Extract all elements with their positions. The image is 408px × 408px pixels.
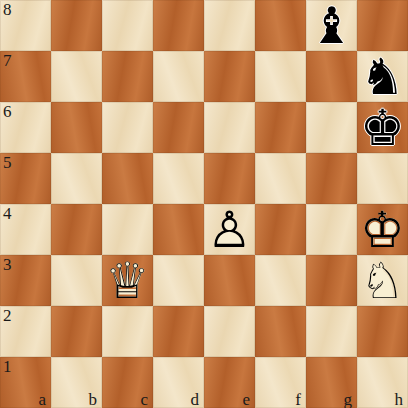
square-d1[interactable] bbox=[153, 357, 204, 408]
square-d5[interactable] bbox=[153, 153, 204, 204]
square-h6[interactable]: ♚ bbox=[357, 102, 408, 153]
square-b7[interactable] bbox=[51, 51, 102, 102]
square-g6[interactable] bbox=[306, 102, 357, 153]
black-bishop-glyph: ♝ bbox=[306, 1, 357, 51]
square-e4[interactable]: ♟♙ bbox=[204, 204, 255, 255]
square-g8[interactable]: ♝ bbox=[306, 0, 357, 51]
square-a2[interactable] bbox=[0, 306, 51, 357]
square-h1[interactable] bbox=[357, 357, 408, 408]
square-d7[interactable] bbox=[153, 51, 204, 102]
square-e6[interactable] bbox=[204, 102, 255, 153]
square-e2[interactable] bbox=[204, 306, 255, 357]
white-knight-outline-glyph: ♘ bbox=[357, 256, 408, 306]
square-g7[interactable] bbox=[306, 51, 357, 102]
white-king-glyph: ♚ bbox=[357, 205, 408, 255]
white-pawn-piece[interactable]: ♟♙ bbox=[204, 204, 255, 255]
square-b1[interactable] bbox=[51, 357, 102, 408]
square-c5[interactable] bbox=[102, 153, 153, 204]
square-a3[interactable] bbox=[0, 255, 51, 306]
square-d6[interactable] bbox=[153, 102, 204, 153]
square-c8[interactable] bbox=[102, 0, 153, 51]
square-a5[interactable] bbox=[0, 153, 51, 204]
square-d2[interactable] bbox=[153, 306, 204, 357]
square-c4[interactable] bbox=[102, 204, 153, 255]
square-b6[interactable] bbox=[51, 102, 102, 153]
square-h3[interactable]: ♞♘ bbox=[357, 255, 408, 306]
black-knight-piece[interactable]: ♞ bbox=[357, 51, 408, 102]
square-d3[interactable] bbox=[153, 255, 204, 306]
square-c7[interactable] bbox=[102, 51, 153, 102]
square-h5[interactable] bbox=[357, 153, 408, 204]
square-f5[interactable] bbox=[255, 153, 306, 204]
black-king-glyph: ♚ bbox=[357, 103, 408, 153]
black-knight-glyph: ♞ bbox=[357, 52, 408, 102]
square-a4[interactable] bbox=[0, 204, 51, 255]
square-h4[interactable]: ♚♔ bbox=[357, 204, 408, 255]
square-h2[interactable] bbox=[357, 306, 408, 357]
white-queen-piece[interactable]: ♛♕ bbox=[102, 255, 153, 306]
square-d4[interactable] bbox=[153, 204, 204, 255]
white-pawn-outline-glyph: ♙ bbox=[204, 205, 255, 255]
white-queen-glyph: ♛ bbox=[102, 256, 153, 306]
square-c1[interactable] bbox=[102, 357, 153, 408]
square-g5[interactable] bbox=[306, 153, 357, 204]
square-f4[interactable] bbox=[255, 204, 306, 255]
square-b8[interactable] bbox=[51, 0, 102, 51]
square-a7[interactable] bbox=[0, 51, 51, 102]
square-f1[interactable] bbox=[255, 357, 306, 408]
white-pawn-glyph: ♟ bbox=[204, 205, 255, 255]
square-g4[interactable] bbox=[306, 204, 357, 255]
white-knight-glyph: ♞ bbox=[357, 256, 408, 306]
square-f6[interactable] bbox=[255, 102, 306, 153]
black-bishop-piece[interactable]: ♝ bbox=[306, 0, 357, 51]
square-c3[interactable]: ♛♕ bbox=[102, 255, 153, 306]
white-king-piece[interactable]: ♚♔ bbox=[357, 204, 408, 255]
chess-board: ♝♞♚♟♙♚♔♛♕♞♘87654321abcdefgh bbox=[0, 0, 408, 408]
square-f3[interactable] bbox=[255, 255, 306, 306]
square-f2[interactable] bbox=[255, 306, 306, 357]
square-e7[interactable] bbox=[204, 51, 255, 102]
white-king-outline-glyph: ♔ bbox=[357, 205, 408, 255]
square-f8[interactable] bbox=[255, 0, 306, 51]
black-king-piece[interactable]: ♚ bbox=[357, 102, 408, 153]
square-h7[interactable]: ♞ bbox=[357, 51, 408, 102]
square-b4[interactable] bbox=[51, 204, 102, 255]
square-c2[interactable] bbox=[102, 306, 153, 357]
square-b3[interactable] bbox=[51, 255, 102, 306]
square-b2[interactable] bbox=[51, 306, 102, 357]
square-g3[interactable] bbox=[306, 255, 357, 306]
square-d8[interactable] bbox=[153, 0, 204, 51]
square-e1[interactable] bbox=[204, 357, 255, 408]
square-a8[interactable] bbox=[0, 0, 51, 51]
square-a1[interactable] bbox=[0, 357, 51, 408]
square-e5[interactable] bbox=[204, 153, 255, 204]
white-queen-outline-glyph: ♕ bbox=[102, 256, 153, 306]
square-g1[interactable] bbox=[306, 357, 357, 408]
square-e3[interactable] bbox=[204, 255, 255, 306]
square-f7[interactable] bbox=[255, 51, 306, 102]
square-e8[interactable] bbox=[204, 0, 255, 51]
square-h8[interactable] bbox=[357, 0, 408, 51]
square-b5[interactable] bbox=[51, 153, 102, 204]
square-a6[interactable] bbox=[0, 102, 51, 153]
square-g2[interactable] bbox=[306, 306, 357, 357]
white-knight-piece[interactable]: ♞♘ bbox=[357, 255, 408, 306]
square-c6[interactable] bbox=[102, 102, 153, 153]
